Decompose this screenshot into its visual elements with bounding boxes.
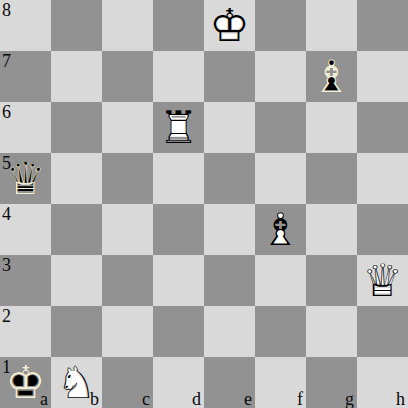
rank-label-8: 8 bbox=[2, 1, 11, 19]
rank-label-2: 2 bbox=[2, 307, 11, 325]
square-d6[interactable]: ♜♖ bbox=[153, 102, 204, 153]
square-f6[interactable] bbox=[255, 102, 306, 153]
square-b6[interactable] bbox=[51, 102, 102, 153]
square-a3[interactable]: 3 bbox=[0, 255, 51, 306]
square-a2[interactable]: 2 bbox=[0, 306, 51, 357]
square-a4[interactable]: 4 bbox=[0, 204, 51, 255]
file-label-h: h bbox=[396, 390, 405, 408]
square-h2[interactable] bbox=[357, 306, 408, 357]
square-d3[interactable] bbox=[153, 255, 204, 306]
square-e7[interactable] bbox=[204, 51, 255, 102]
square-a5[interactable]: 5♛♕ bbox=[0, 153, 51, 204]
square-a1[interactable]: 1a♚♔ bbox=[0, 357, 51, 408]
file-label-e: e bbox=[244, 390, 252, 408]
file-label-c: c bbox=[142, 390, 150, 408]
square-c5[interactable] bbox=[102, 153, 153, 204]
square-e5[interactable] bbox=[204, 153, 255, 204]
square-b1[interactable]: b♞♘ bbox=[51, 357, 102, 408]
square-g8[interactable] bbox=[306, 0, 357, 51]
rank-label-3: 3 bbox=[2, 256, 11, 274]
square-e8[interactable]: ♚♔ bbox=[204, 0, 255, 51]
square-c2[interactable] bbox=[102, 306, 153, 357]
black-bishop-piece-icon: ♝♗ bbox=[306, 51, 357, 102]
square-a6[interactable]: 6 bbox=[0, 102, 51, 153]
chess-board-window: 8♚♔7♝♗6♜♖5♛♕4♝♗3♛♕21a♚♔b♞♘cdefgh bbox=[0, 0, 408, 408]
square-h4[interactable] bbox=[357, 204, 408, 255]
black-queen-piece-icon: ♛♕ bbox=[0, 153, 51, 204]
square-c4[interactable] bbox=[102, 204, 153, 255]
square-d8[interactable] bbox=[153, 0, 204, 51]
square-d5[interactable] bbox=[153, 153, 204, 204]
square-h1[interactable]: h bbox=[357, 357, 408, 408]
chess-board: 8♚♔7♝♗6♜♖5♛♕4♝♗3♛♕21a♚♔b♞♘cdefgh bbox=[0, 0, 408, 408]
square-c6[interactable] bbox=[102, 102, 153, 153]
square-g6[interactable] bbox=[306, 102, 357, 153]
square-f8[interactable] bbox=[255, 0, 306, 51]
square-b4[interactable] bbox=[51, 204, 102, 255]
white-bishop-piece-icon: ♝♗ bbox=[255, 204, 306, 255]
white-rook-piece-icon: ♜♖ bbox=[153, 102, 204, 153]
square-f5[interactable] bbox=[255, 153, 306, 204]
square-e2[interactable] bbox=[204, 306, 255, 357]
square-c1[interactable]: c bbox=[102, 357, 153, 408]
white-king-piece-icon: ♚♔ bbox=[204, 0, 255, 51]
square-f7[interactable] bbox=[255, 51, 306, 102]
square-a7[interactable]: 7 bbox=[0, 51, 51, 102]
square-b7[interactable] bbox=[51, 51, 102, 102]
square-g1[interactable]: g bbox=[306, 357, 357, 408]
square-e4[interactable] bbox=[204, 204, 255, 255]
square-b2[interactable] bbox=[51, 306, 102, 357]
rank-label-4: 4 bbox=[2, 205, 11, 223]
square-f1[interactable]: f bbox=[255, 357, 306, 408]
file-label-g: g bbox=[345, 390, 354, 408]
black-king-piece-icon: ♚♔ bbox=[0, 357, 51, 408]
rank-label-6: 6 bbox=[2, 103, 11, 121]
square-g5[interactable] bbox=[306, 153, 357, 204]
white-queen-piece-icon: ♛♕ bbox=[357, 255, 408, 306]
square-e1[interactable]: e bbox=[204, 357, 255, 408]
square-e3[interactable] bbox=[204, 255, 255, 306]
square-e6[interactable] bbox=[204, 102, 255, 153]
square-f4[interactable]: ♝♗ bbox=[255, 204, 306, 255]
square-f3[interactable] bbox=[255, 255, 306, 306]
square-b8[interactable] bbox=[51, 0, 102, 51]
square-d7[interactable] bbox=[153, 51, 204, 102]
square-a8[interactable]: 8 bbox=[0, 0, 51, 51]
square-d1[interactable]: d bbox=[153, 357, 204, 408]
square-f2[interactable] bbox=[255, 306, 306, 357]
square-g4[interactable] bbox=[306, 204, 357, 255]
square-g3[interactable] bbox=[306, 255, 357, 306]
square-h6[interactable] bbox=[357, 102, 408, 153]
square-b5[interactable] bbox=[51, 153, 102, 204]
square-h3[interactable]: ♛♕ bbox=[357, 255, 408, 306]
square-d2[interactable] bbox=[153, 306, 204, 357]
square-c8[interactable] bbox=[102, 0, 153, 51]
file-label-d: d bbox=[192, 390, 201, 408]
square-h8[interactable] bbox=[357, 0, 408, 51]
square-h5[interactable] bbox=[357, 153, 408, 204]
file-label-f: f bbox=[297, 390, 303, 408]
white-knight-piece-icon: ♞♘ bbox=[51, 357, 102, 408]
square-g7[interactable]: ♝♗ bbox=[306, 51, 357, 102]
square-c7[interactable] bbox=[102, 51, 153, 102]
square-c3[interactable] bbox=[102, 255, 153, 306]
rank-label-7: 7 bbox=[2, 52, 11, 70]
square-b3[interactable] bbox=[51, 255, 102, 306]
square-h7[interactable] bbox=[357, 51, 408, 102]
square-d4[interactable] bbox=[153, 204, 204, 255]
square-g2[interactable] bbox=[306, 306, 357, 357]
